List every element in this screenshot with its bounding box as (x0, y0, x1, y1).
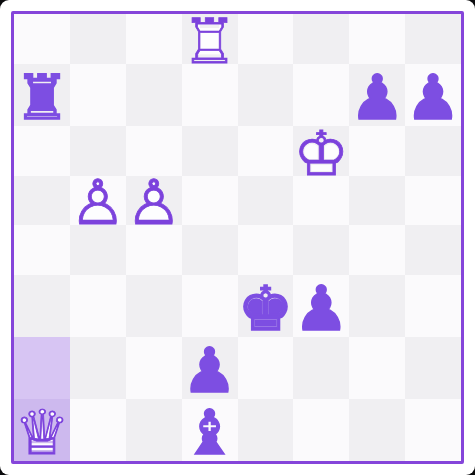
white-rook-piece[interactable]: ♜♖ (182, 17, 238, 67)
white-queen-outline: ♕ (14, 402, 70, 464)
square-a5[interactable] (14, 176, 70, 226)
square-e6[interactable] (238, 126, 294, 176)
square-a4[interactable] (14, 225, 70, 275)
square-h3[interactable] (405, 275, 461, 337)
square-e5[interactable] (238, 176, 294, 226)
square-g6[interactable] (349, 126, 405, 176)
square-g2[interactable] (349, 337, 405, 399)
square-f3[interactable]: ♟ (293, 275, 349, 337)
black-king-piece[interactable]: ♚ (238, 278, 294, 340)
square-c5[interactable]: ♟♙ (126, 176, 182, 226)
square-d2[interactable]: ♟ (182, 337, 238, 399)
black-rook-piece[interactable]: ♜ (14, 67, 70, 129)
white-pawn-piece[interactable]: ♟♙ (126, 179, 182, 229)
square-a1[interactable]: ♛♕ (14, 399, 70, 461)
square-a3[interactable] (14, 275, 70, 337)
square-h2[interactable] (405, 337, 461, 399)
square-e1[interactable] (238, 399, 294, 461)
white-queen-piece[interactable]: ♛♕ (14, 402, 70, 464)
black-pawn-piece[interactable]: ♟ (182, 340, 238, 402)
square-h1[interactable] (405, 399, 461, 461)
square-f6[interactable]: ♚♔ (293, 126, 349, 176)
square-b4[interactable] (70, 225, 126, 275)
square-h5[interactable] (405, 176, 461, 226)
square-f4[interactable] (293, 225, 349, 275)
square-e8[interactable] (238, 14, 294, 64)
square-e3[interactable]: ♚ (238, 275, 294, 337)
square-c3[interactable] (126, 275, 182, 337)
square-b8[interactable] (70, 14, 126, 64)
square-c4[interactable] (126, 225, 182, 275)
square-h6[interactable] (405, 126, 461, 176)
square-g7[interactable]: ♟ (349, 64, 405, 126)
square-d8[interactable]: ♜♖ (182, 14, 238, 64)
square-d7[interactable] (182, 64, 238, 126)
chess-board: ♜♖♜♟♟♚♔♟♙♟♙♚♟♟♛♕♝ (11, 11, 464, 464)
square-d5[interactable] (182, 176, 238, 226)
black-pawn-piece[interactable]: ♟ (349, 67, 405, 129)
square-b3[interactable] (70, 275, 126, 337)
square-c7[interactable] (126, 64, 182, 126)
square-f5[interactable] (293, 176, 349, 226)
square-e2[interactable] (238, 337, 294, 399)
white-king-piece[interactable]: ♚♔ (293, 129, 349, 179)
square-f1[interactable] (293, 399, 349, 461)
square-a2[interactable] (14, 337, 70, 399)
square-d4[interactable] (182, 225, 238, 275)
black-bishop-piece[interactable]: ♝ (182, 402, 238, 464)
square-a6[interactable] (14, 126, 70, 176)
square-e7[interactable] (238, 64, 294, 126)
square-g1[interactable] (349, 399, 405, 461)
square-d3[interactable] (182, 275, 238, 337)
square-h4[interactable] (405, 225, 461, 275)
square-b7[interactable] (70, 64, 126, 126)
square-g8[interactable] (349, 14, 405, 64)
white-king-outline: ♔ (293, 129, 349, 179)
square-c8[interactable] (126, 14, 182, 64)
square-a7[interactable]: ♜ (14, 64, 70, 126)
white-pawn-outline: ♙ (70, 179, 126, 229)
white-rook-outline: ♖ (182, 17, 238, 67)
square-h7[interactable]: ♟ (405, 64, 461, 126)
square-d6[interactable] (182, 126, 238, 176)
square-h8[interactable] (405, 14, 461, 64)
square-e4[interactable] (238, 225, 294, 275)
white-pawn-outline: ♙ (126, 179, 182, 229)
square-g4[interactable] (349, 225, 405, 275)
square-b2[interactable] (70, 337, 126, 399)
square-g5[interactable] (349, 176, 405, 226)
screenshot-frame: ♜♖♜♟♟♚♔♟♙♟♙♚♟♟♛♕♝ (0, 0, 475, 475)
black-pawn-piece[interactable]: ♟ (293, 278, 349, 340)
white-pawn-piece[interactable]: ♟♙ (70, 179, 126, 229)
square-c2[interactable] (126, 337, 182, 399)
square-a8[interactable] (14, 14, 70, 64)
square-f2[interactable] (293, 337, 349, 399)
square-b5[interactable]: ♟♙ (70, 176, 126, 226)
square-b1[interactable] (70, 399, 126, 461)
square-c1[interactable] (126, 399, 182, 461)
black-pawn-piece[interactable]: ♟ (405, 67, 461, 129)
square-f8[interactable] (293, 14, 349, 64)
square-g3[interactable] (349, 275, 405, 337)
square-d1[interactable]: ♝ (182, 399, 238, 461)
